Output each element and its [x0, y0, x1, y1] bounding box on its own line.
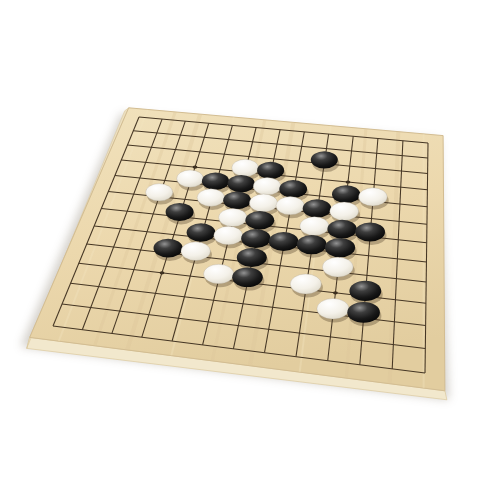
go-stone-black [232, 268, 263, 288]
go-stone-black [237, 248, 267, 267]
go-stone-white [359, 188, 388, 206]
go-stone-black [154, 239, 183, 258]
go-stone-white [300, 217, 329, 236]
go-stone-white [249, 194, 277, 212]
star-point [346, 180, 351, 183]
go-stone-white [177, 170, 204, 187]
go-stone-black [202, 173, 229, 190]
go-stone-white [290, 274, 321, 294]
go-stone-black [303, 199, 332, 217]
go-stone-black [269, 232, 299, 251]
star-point [333, 291, 338, 294]
go-stone-white [232, 159, 259, 176]
go-stone-white [317, 299, 349, 320]
go-stone-black [257, 162, 284, 179]
go-stone-white [253, 178, 281, 196]
go-stone-white [146, 184, 173, 201]
go-stone-black [223, 191, 251, 209]
go-stone-black [297, 235, 327, 254]
go-stone-black [332, 185, 360, 203]
go-stone-black [355, 223, 385, 242]
go-stone-white [181, 242, 210, 261]
go-stone-black [187, 223, 216, 241]
star-point [160, 271, 165, 274]
board-photo [0, 0, 500, 500]
go-stone-black [245, 211, 274, 229]
go-stone-black [228, 175, 255, 192]
go-stone-black [279, 180, 307, 198]
go-stone-white [330, 202, 359, 220]
go-stone-black [325, 238, 355, 257]
go-stone-black [311, 151, 338, 168]
go-stone-black [241, 229, 270, 248]
star-point [193, 166, 198, 169]
go-board-svg [0, 0, 500, 500]
go-stone-black [349, 281, 381, 301]
go-stone-black [347, 302, 380, 323]
go-stone-white [214, 226, 243, 245]
go-stone-white [276, 197, 304, 215]
go-stone-white [322, 257, 353, 277]
go-stone-white [204, 264, 234, 283]
go-stone-white [197, 189, 225, 207]
go-stone-black [166, 203, 194, 221]
go-stone-black [327, 220, 356, 239]
go-stone-white [219, 208, 247, 226]
